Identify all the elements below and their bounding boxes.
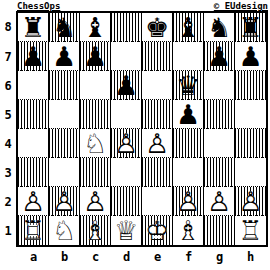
file-label-a: a — [18, 247, 49, 264]
black-pawn-g7: ♟ — [204, 42, 234, 70]
square-b7: ♟ — [49, 42, 80, 71]
black-pawn-h7: ♟ — [235, 42, 266, 70]
white-pawn-e4: ♙ — [142, 129, 172, 157]
white-pawn-g2: ♙ — [204, 187, 234, 215]
white-queen-d1: ♕ — [111, 216, 141, 245]
white-pawn-d4: ♙ — [111, 129, 141, 157]
white-king-e1: ♔ — [142, 216, 172, 245]
white-knight-b1: ♘ — [49, 216, 79, 245]
square-e2 — [142, 187, 173, 216]
square-e5 — [142, 100, 173, 129]
rank-labels: 87654321 — [0, 11, 16, 247]
black-rook-a8: ♜ — [18, 13, 48, 41]
piece-fill: ♟ — [111, 129, 141, 157]
square-a4 — [18, 129, 49, 158]
square-c4: ♞♘ — [80, 129, 111, 158]
app-title-link[interactable]: ChessOps — [17, 1, 60, 11]
square-g6 — [204, 71, 235, 100]
square-e6 — [142, 71, 173, 100]
square-d4: ♟♙ — [111, 129, 142, 158]
square-e1: ♚♔ — [142, 216, 173, 245]
black-bishop-c8: ♝ — [80, 13, 110, 41]
square-h1: ♜♖ — [235, 216, 266, 245]
square-b1: ♞♘ — [49, 216, 80, 245]
square-g4 — [204, 129, 235, 158]
square-b6 — [49, 71, 80, 100]
square-d5 — [111, 100, 142, 129]
white-pawn-f2: ♙ — [173, 187, 203, 215]
square-e4: ♟♙ — [142, 129, 173, 158]
board-area: 87654321 ♜♞♝♚♝♞♜♟♟♟♟♟♟♛♟♞♘♟♙♟♙♟♙♟♙♟♙♟♙♟♙… — [0, 11, 270, 247]
chess-board: ♜♞♝♚♝♞♜♟♟♟♟♟♟♛♟♞♘♟♙♟♙♟♙♟♙♟♙♟♙♟♙♟♙♜♖♞♘♝♗♛… — [16, 11, 268, 247]
black-queen-f6: ♛ — [173, 71, 203, 99]
square-a8: ♜ — [18, 13, 49, 42]
square-a6 — [18, 71, 49, 100]
square-a5 — [18, 100, 49, 129]
square-b2: ♟♙ — [49, 187, 80, 216]
square-h5 — [235, 100, 266, 129]
piece-fill: ♟ — [49, 187, 79, 215]
square-f7 — [173, 42, 204, 71]
piece-fill: ♞ — [80, 129, 110, 157]
black-rook-h8: ♜ — [235, 13, 266, 41]
piece-fill: ♚ — [142, 216, 172, 245]
square-g2: ♟♙ — [204, 187, 235, 216]
square-g5 — [204, 100, 235, 129]
square-g1 — [204, 216, 235, 245]
white-knight-c4: ♘ — [80, 129, 110, 157]
square-e3 — [142, 158, 173, 187]
file-label-d: d — [111, 247, 142, 264]
square-b3 — [49, 158, 80, 187]
header: ChessOps © EUdesign — [0, 0, 270, 11]
piece-fill: ♜ — [235, 216, 266, 245]
rank-label-2: 2 — [0, 187, 16, 216]
piece-fill: ♟ — [204, 187, 234, 215]
white-rook-h1: ♖ — [235, 216, 266, 245]
square-c6 — [80, 71, 111, 100]
black-bishop-f8: ♝ — [173, 13, 203, 41]
piece-fill: ♟ — [142, 129, 172, 157]
square-a1: ♜♖ — [18, 216, 49, 245]
square-f6: ♛ — [173, 71, 204, 100]
rank-label-7: 7 — [0, 42, 16, 71]
square-f2: ♟♙ — [173, 187, 204, 216]
rank-label-5: 5 — [0, 100, 16, 129]
black-pawn-d6: ♟ — [111, 71, 141, 99]
square-f5: ♟ — [173, 100, 204, 129]
white-bishop-f1: ♗ — [173, 216, 203, 245]
file-label-h: h — [235, 247, 266, 264]
square-h6 — [235, 71, 266, 100]
black-pawn-b7: ♟ — [49, 42, 79, 70]
rank-label-8: 8 — [0, 11, 16, 42]
piece-fill: ♟ — [80, 187, 110, 215]
file-labels: abcdefgh — [18, 247, 270, 264]
white-pawn-h2: ♙ — [235, 187, 266, 215]
file-label-f: f — [173, 247, 204, 264]
square-c1: ♝♗ — [80, 216, 111, 245]
white-bishop-c1: ♗ — [80, 216, 110, 245]
white-pawn-a2: ♙ — [18, 187, 48, 215]
rank-label-4: 4 — [0, 129, 16, 158]
square-d1: ♛♕ — [111, 216, 142, 245]
square-h3 — [235, 158, 266, 187]
piece-fill: ♟ — [18, 187, 48, 215]
square-c5 — [80, 100, 111, 129]
square-c8: ♝ — [80, 13, 111, 42]
black-knight-g8: ♞ — [204, 13, 234, 41]
piece-fill: ♟ — [173, 187, 203, 215]
square-d7 — [111, 42, 142, 71]
black-king-e8: ♚ — [142, 13, 172, 41]
file-label-e: e — [142, 247, 173, 264]
square-h2: ♟♙ — [235, 187, 266, 216]
piece-fill: ♝ — [173, 216, 203, 245]
square-d3 — [111, 158, 142, 187]
square-a2: ♟♙ — [18, 187, 49, 216]
white-pawn-b2: ♙ — [49, 187, 79, 215]
piece-fill: ♝ — [80, 216, 110, 245]
square-c7: ♟ — [80, 42, 111, 71]
square-d2 — [111, 187, 142, 216]
square-h8: ♜ — [235, 13, 266, 42]
square-b5 — [49, 100, 80, 129]
piece-fill: ♟ — [235, 187, 266, 215]
square-d8 — [111, 13, 142, 42]
square-f4 — [173, 129, 204, 158]
piece-fill: ♜ — [18, 216, 48, 245]
black-knight-b8: ♞ — [49, 13, 79, 41]
rank-label-1: 1 — [0, 216, 16, 245]
square-a7: ♟ — [18, 42, 49, 71]
black-pawn-a7: ♟ — [18, 42, 48, 70]
white-rook-a1: ♖ — [18, 216, 48, 245]
square-h4 — [235, 129, 266, 158]
square-g8: ♞ — [204, 13, 235, 42]
square-f3 — [173, 158, 204, 187]
square-a3 — [18, 158, 49, 187]
square-e7 — [142, 42, 173, 71]
file-label-c: c — [80, 247, 111, 264]
square-b8: ♞ — [49, 13, 80, 42]
piece-fill: ♞ — [49, 216, 79, 245]
square-f8: ♝ — [173, 13, 204, 42]
square-h7: ♟ — [235, 42, 266, 71]
square-c3 — [80, 158, 111, 187]
square-g7: ♟ — [204, 42, 235, 71]
file-label-g: g — [204, 247, 235, 264]
file-label-b: b — [49, 247, 80, 264]
black-pawn-c7: ♟ — [80, 42, 110, 70]
square-g3 — [204, 158, 235, 187]
square-e8: ♚ — [142, 13, 173, 42]
square-f1: ♝♗ — [173, 216, 204, 245]
rank-label-3: 3 — [0, 158, 16, 187]
square-c2: ♟♙ — [80, 187, 111, 216]
piece-fill: ♛ — [111, 216, 141, 245]
square-d6: ♟ — [111, 71, 142, 100]
credit-link[interactable]: © EUdesign — [214, 1, 268, 11]
black-pawn-f5: ♟ — [173, 100, 203, 128]
square-b4 — [49, 129, 80, 158]
rank-label-6: 6 — [0, 71, 16, 100]
white-pawn-c2: ♙ — [80, 187, 110, 215]
